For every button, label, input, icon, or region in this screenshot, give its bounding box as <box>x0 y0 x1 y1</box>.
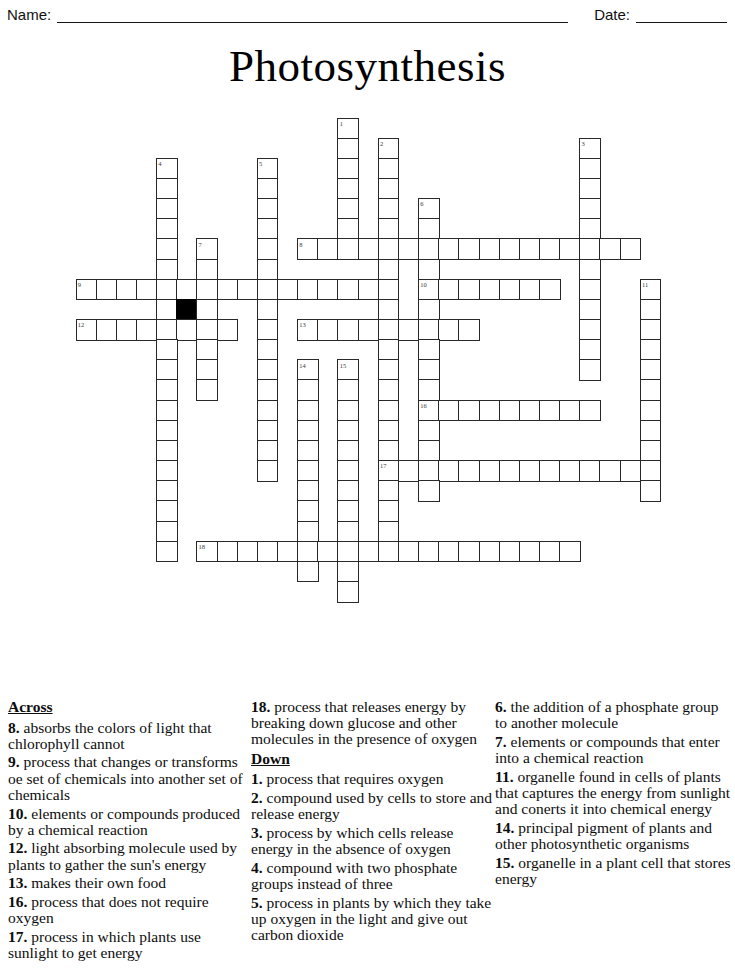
grid-cell[interactable] <box>519 541 541 563</box>
grid-cell[interactable] <box>620 238 642 260</box>
grid-cell[interactable] <box>196 319 218 341</box>
grid-cell[interactable] <box>378 238 400 260</box>
grid-cell[interactable] <box>640 319 662 341</box>
grid-cell[interactable] <box>156 460 178 482</box>
clue-number: 4. <box>251 859 263 876</box>
grid-cell[interactable] <box>317 279 339 301</box>
grid-cell[interactable] <box>156 259 178 281</box>
grid-cell[interactable] <box>358 319 380 341</box>
grid-cell[interactable] <box>438 541 460 563</box>
grid-cell[interactable] <box>136 279 158 301</box>
grid-cell[interactable] <box>156 319 178 341</box>
grid-cell[interactable] <box>176 319 198 341</box>
grid-cell[interactable] <box>196 299 218 321</box>
grid-cell[interactable] <box>237 541 259 563</box>
grid-cell[interactable] <box>196 359 218 381</box>
grid-cell[interactable] <box>438 238 460 260</box>
grid-cell[interactable] <box>156 379 178 401</box>
grid-cell[interactable] <box>579 319 601 341</box>
grid-cell[interactable] <box>579 339 601 361</box>
grid-cell[interactable] <box>438 279 460 301</box>
grid-cell[interactable] <box>620 460 642 482</box>
grid-cell[interactable] <box>217 279 239 301</box>
clue-number: 10. <box>8 805 27 822</box>
grid-cell[interactable] <box>418 259 440 281</box>
clue-6-down: 6. the addition of a phosphate group to … <box>495 699 732 731</box>
grid-cell[interactable] <box>96 319 118 341</box>
grid-cell[interactable] <box>96 279 118 301</box>
clue-number: 17. <box>8 928 27 945</box>
grid-cell[interactable] <box>337 238 359 260</box>
grid-cell[interactable] <box>297 279 319 301</box>
grid-cell[interactable] <box>418 299 440 321</box>
grid-cell[interactable] <box>378 440 400 462</box>
grid-cell[interactable] <box>156 178 178 200</box>
grid-cell[interactable] <box>257 339 279 361</box>
grid-cell[interactable] <box>398 238 420 260</box>
grid-cell[interactable] <box>398 319 420 341</box>
grid-cell[interactable] <box>76 279 98 301</box>
grid-cell[interactable] <box>519 400 541 422</box>
grid-cell[interactable] <box>378 319 400 341</box>
grid-cell[interactable] <box>156 521 178 543</box>
grid-cell[interactable] <box>418 238 440 260</box>
grid-cell[interactable] <box>378 521 400 543</box>
grid-cell[interactable] <box>257 178 279 200</box>
clue-number: 18. <box>251 698 270 715</box>
across-heading: Across <box>8 699 251 716</box>
grid-cell[interactable] <box>156 339 178 361</box>
grid-cell[interactable] <box>136 319 158 341</box>
clue-13-across: 13. makes their own food <box>8 875 251 891</box>
grid-cell[interactable] <box>579 238 601 260</box>
grid-cell[interactable] <box>156 218 178 240</box>
grid-cell[interactable] <box>297 420 319 442</box>
clue-number: 6. <box>495 698 507 715</box>
grid-cell[interactable] <box>257 158 279 180</box>
grid-cell[interactable] <box>337 440 359 462</box>
grid-cell[interactable] <box>579 359 601 381</box>
grid-cell[interactable] <box>358 279 380 301</box>
grid-cell[interactable] <box>196 339 218 361</box>
grid-cell[interactable] <box>499 460 521 482</box>
grid-cell[interactable] <box>378 339 400 361</box>
grid-cell[interactable] <box>640 379 662 401</box>
grid-cell[interactable] <box>418 400 440 422</box>
grid-cell[interactable] <box>559 460 581 482</box>
grid-cell[interactable] <box>257 379 279 401</box>
grid-cell[interactable] <box>378 400 400 422</box>
grid-cell[interactable] <box>418 218 440 240</box>
grid-cell[interactable] <box>116 319 138 341</box>
grid-cell[interactable] <box>579 460 601 482</box>
grid-cell[interactable] <box>337 521 359 543</box>
grid-cell[interactable] <box>237 279 259 301</box>
grid-cell[interactable] <box>378 480 400 502</box>
grid-cell[interactable] <box>317 319 339 341</box>
grid-cell[interactable] <box>418 460 440 482</box>
clue-number: 13. <box>8 874 27 891</box>
clue-number: 15. <box>495 854 514 871</box>
grid-cell[interactable] <box>156 359 178 381</box>
clue-number: 2. <box>251 789 263 806</box>
grid-cell[interactable] <box>458 319 480 341</box>
grid-cell[interactable] <box>378 259 400 281</box>
grid-cell[interactable] <box>297 460 319 482</box>
grid-cell[interactable] <box>277 279 299 301</box>
grid-cell[interactable] <box>156 299 178 321</box>
grid-cell[interactable] <box>257 259 279 281</box>
grid-cell[interactable] <box>337 319 359 341</box>
grid-cell[interactable] <box>337 118 359 140</box>
clue-number: 1. <box>251 770 263 787</box>
clue-12-across: 12. light absorbing molecule used by pla… <box>8 840 251 872</box>
grid-cell[interactable] <box>499 400 521 422</box>
grid-cell[interactable] <box>257 440 279 462</box>
grid-cell[interactable] <box>579 259 601 281</box>
blocked-cell <box>176 299 198 321</box>
grid-cell[interactable] <box>297 480 319 502</box>
clue-column-2: 18. process that releases energy by brea… <box>251 699 495 964</box>
grid-cell[interactable] <box>156 420 178 442</box>
grid-cell[interactable] <box>579 198 601 220</box>
grid-cell[interactable] <box>317 541 339 563</box>
clue-15-down: 15. organelle in a plant cell that store… <box>495 855 732 887</box>
grid-cell[interactable] <box>156 279 178 301</box>
grid-cell[interactable] <box>217 541 239 563</box>
clue-number: 12. <box>8 839 27 856</box>
clue-number: 16. <box>8 893 27 910</box>
clue-number: 14. <box>495 819 514 836</box>
grid-cell[interactable] <box>479 541 501 563</box>
grid-cell[interactable] <box>418 440 440 462</box>
grid-cell[interactable] <box>438 400 460 422</box>
grid-cell[interactable] <box>257 541 279 563</box>
clue-16-across: 16. process that does not require oxygen <box>8 894 251 926</box>
grid-cell[interactable] <box>599 238 621 260</box>
grid-cell[interactable] <box>418 359 440 381</box>
grid-cell[interactable] <box>257 420 279 442</box>
grid-cell[interactable] <box>378 420 400 442</box>
grid-cell[interactable] <box>579 400 601 422</box>
grid-cell[interactable] <box>559 400 581 422</box>
clue-17-across: 17. process in which plants use sunlight… <box>8 929 251 961</box>
grid-cell[interactable] <box>559 541 581 563</box>
grid-cell[interactable] <box>337 420 359 442</box>
grid-cell[interactable] <box>297 521 319 543</box>
grid-cell[interactable] <box>337 480 359 502</box>
grid-cell[interactable] <box>176 279 198 301</box>
grid-cell[interactable] <box>337 218 359 240</box>
grid-cell[interactable] <box>156 440 178 462</box>
grid-cell[interactable] <box>479 279 501 301</box>
grid-cell[interactable] <box>539 460 561 482</box>
grid-cell[interactable] <box>196 379 218 401</box>
clue-column-1: Across8. absorbs the colors of light tha… <box>8 699 251 964</box>
grid-cell[interactable] <box>156 541 178 563</box>
grid-cell[interactable] <box>277 541 299 563</box>
grid-cell[interactable] <box>378 158 400 180</box>
grid-cell[interactable] <box>479 400 501 422</box>
grid-cell[interactable] <box>640 480 662 502</box>
grid-cell[interactable] <box>378 379 400 401</box>
grid-cell[interactable] <box>337 500 359 522</box>
clue-18-across: 18. process that releases energy by brea… <box>251 699 495 748</box>
grid-cell[interactable] <box>458 400 480 422</box>
grid-cell[interactable] <box>156 158 178 180</box>
grid-cell[interactable] <box>257 359 279 381</box>
grid-cell[interactable] <box>378 279 400 301</box>
grid-cell[interactable] <box>418 420 440 442</box>
clue-14-down: 14. principal pigment of plants and othe… <box>495 820 732 852</box>
grid-cell[interactable] <box>257 319 279 341</box>
grid-cell[interactable] <box>640 440 662 462</box>
clue-3-down: 3. process by which cells release energy… <box>251 825 495 857</box>
grid-cell[interactable] <box>559 238 581 260</box>
grid-cell[interactable] <box>156 238 178 260</box>
grid-cell[interactable] <box>378 359 400 381</box>
grid-cell[interactable] <box>640 299 662 321</box>
grid-cell[interactable] <box>579 279 601 301</box>
grid-cell[interactable] <box>297 561 319 583</box>
grid-cell[interactable] <box>317 238 339 260</box>
clue-4-down: 4. compound with two phosphate groups in… <box>251 860 495 892</box>
grid-cell[interactable] <box>499 238 521 260</box>
grid-cell[interactable] <box>579 178 601 200</box>
grid-cell[interactable] <box>378 178 400 200</box>
grid-cell[interactable] <box>519 238 541 260</box>
clue-5-down: 5. process in plants by which they take … <box>251 895 495 944</box>
grid-cell[interactable] <box>640 279 662 301</box>
grid-cell[interactable] <box>519 460 541 482</box>
grid-cell[interactable] <box>156 500 178 522</box>
grid-cell[interactable] <box>640 400 662 422</box>
grid-cell[interactable] <box>479 238 501 260</box>
grid-cell[interactable] <box>378 500 400 522</box>
grid-cell[interactable] <box>418 198 440 220</box>
grid-cell[interactable] <box>418 379 440 401</box>
grid-cell[interactable] <box>378 218 400 240</box>
clue-2-down: 2. compound used by cells to store and r… <box>251 790 495 822</box>
grid-cell[interactable] <box>337 581 359 603</box>
grid-cell[interactable] <box>297 541 319 563</box>
grid-cell[interactable] <box>257 460 279 482</box>
grid-cell[interactable] <box>458 460 480 482</box>
grid-cell[interactable] <box>458 279 480 301</box>
down-heading: Down <box>251 751 495 768</box>
grid-cell[interactable] <box>539 279 561 301</box>
grid-cell[interactable] <box>438 460 460 482</box>
clues-section: Across8. absorbs the colors of light tha… <box>8 699 732 964</box>
grid-cell[interactable] <box>217 319 239 341</box>
grid-cell[interactable] <box>398 541 420 563</box>
grid-cell[interactable] <box>539 238 561 260</box>
grid-cell[interactable] <box>337 198 359 220</box>
grid-cell[interactable] <box>418 339 440 361</box>
clue-number: 3. <box>251 824 263 841</box>
clue-11-down: 11. organelle found in cells of plants t… <box>495 769 732 818</box>
grid-cell[interactable] <box>76 319 98 341</box>
grid-cell[interactable] <box>196 259 218 281</box>
grid-cell[interactable] <box>337 561 359 583</box>
grid-cell[interactable] <box>257 279 279 301</box>
crossword-grid: 123456789101112131415161718 <box>0 0 735 700</box>
grid-cell[interactable] <box>257 400 279 422</box>
grid-cell[interactable] <box>418 541 440 563</box>
grid-cell[interactable] <box>579 158 601 180</box>
grid-cell[interactable] <box>257 299 279 321</box>
grid-cell[interactable] <box>337 138 359 160</box>
clue-8-across: 8. absorbs the colors of light that chlo… <box>8 720 251 752</box>
grid-cell[interactable] <box>539 400 561 422</box>
grid-cell[interactable] <box>156 198 178 220</box>
grid-cell[interactable] <box>337 379 359 401</box>
clue-number: 11. <box>495 768 514 785</box>
grid-cell[interactable] <box>358 541 380 563</box>
grid-cell[interactable] <box>640 420 662 442</box>
grid-cell[interactable] <box>579 138 601 160</box>
grid-cell[interactable] <box>297 400 319 422</box>
grid-cell[interactable] <box>337 158 359 180</box>
grid-cell[interactable] <box>599 460 621 482</box>
grid-cell[interactable] <box>398 460 420 482</box>
grid-cell[interactable] <box>640 359 662 381</box>
clue-1-down: 1. process that requires oxygen <box>251 771 495 787</box>
grid-cell[interactable] <box>539 541 561 563</box>
grid-cell[interactable] <box>458 238 480 260</box>
clue-column-3: 6. the addition of a phosphate group to … <box>495 699 732 964</box>
grid-cell[interactable] <box>438 319 460 341</box>
grid-cell[interactable] <box>579 299 601 321</box>
clue-number: 7. <box>495 733 507 750</box>
grid-cell[interactable] <box>418 480 440 502</box>
grid-cell[interactable] <box>257 218 279 240</box>
grid-cell[interactable] <box>499 279 521 301</box>
grid-cell[interactable] <box>196 279 218 301</box>
grid-cell[interactable] <box>196 238 218 260</box>
grid-cell[interactable] <box>519 279 541 301</box>
grid-cell[interactable] <box>257 198 279 220</box>
grid-cell[interactable] <box>499 541 521 563</box>
clue-10-across: 10. elements or compounds produced by a … <box>8 806 251 838</box>
grid-cell[interactable] <box>418 319 440 341</box>
grid-cell[interactable] <box>337 279 359 301</box>
grid-cell[interactable] <box>116 279 138 301</box>
grid-cell[interactable] <box>378 460 400 482</box>
grid-cell[interactable] <box>156 400 178 422</box>
clue-number: 5. <box>251 894 263 911</box>
grid-cell[interactable] <box>337 460 359 482</box>
grid-cell[interactable] <box>378 541 400 563</box>
grid-cell[interactable] <box>458 541 480 563</box>
grid-cell[interactable] <box>640 339 662 361</box>
grid-cell[interactable] <box>297 379 319 401</box>
grid-cell[interactable] <box>640 460 662 482</box>
grid-cell[interactable] <box>358 238 380 260</box>
grid-cell[interactable] <box>579 218 601 240</box>
clue-7-down: 7. elements or compounds that enter into… <box>495 734 732 766</box>
grid-cell[interactable] <box>297 440 319 462</box>
grid-cell[interactable] <box>196 541 218 563</box>
grid-cell[interactable] <box>297 319 319 341</box>
grid-cell[interactable] <box>378 198 400 220</box>
grid-cell[interactable] <box>297 500 319 522</box>
grid-cell[interactable] <box>337 541 359 563</box>
grid-cell[interactable] <box>337 400 359 422</box>
grid-cell[interactable] <box>257 238 279 260</box>
grid-cell[interactable] <box>479 460 501 482</box>
grid-cell[interactable] <box>156 480 178 502</box>
grid-cell[interactable] <box>418 279 440 301</box>
grid-cell[interactable] <box>337 359 359 381</box>
crossword-worksheet-page: Name: Date: Photosynthesis 1234567891011… <box>0 0 735 976</box>
grid-cell[interactable] <box>378 138 400 160</box>
clue-9-across: 9. process that changes or transforms oe… <box>8 754 251 803</box>
grid-cell[interactable] <box>297 238 319 260</box>
grid-cell[interactable] <box>297 359 319 381</box>
clue-number: 8. <box>8 719 20 736</box>
grid-cell[interactable] <box>337 178 359 200</box>
grid-cell[interactable] <box>378 299 400 321</box>
clue-number: 9. <box>8 753 20 770</box>
